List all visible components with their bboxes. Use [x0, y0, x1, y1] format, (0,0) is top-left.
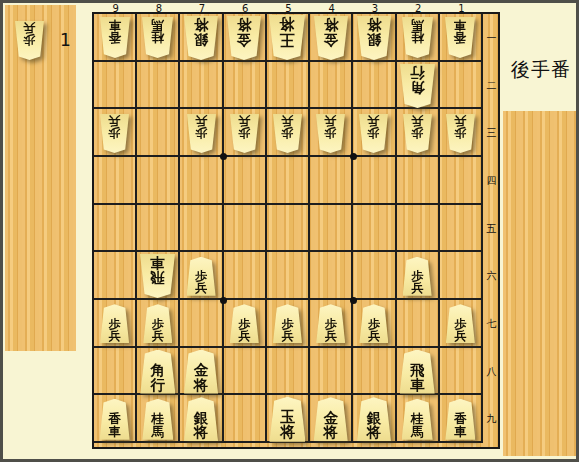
piece-gote-silver[interactable]: 銀将	[357, 16, 391, 60]
piece-kanji: 兵	[325, 115, 337, 127]
board-cell[interactable]	[137, 205, 180, 253]
board-cell[interactable]	[94, 62, 137, 110]
board-cell[interactable]	[224, 157, 267, 205]
piece-kanji: 将	[194, 425, 209, 440]
piece-sente-pawn[interactable]: 歩兵	[316, 304, 345, 343]
piece-kanji: 将	[367, 425, 382, 440]
piece-sente-pawn[interactable]: 歩兵	[230, 304, 259, 343]
piece-kanji: 車	[108, 18, 121, 31]
piece-sente-pawn[interactable]: 歩兵	[446, 304, 475, 343]
piece-kanji: 車	[454, 18, 467, 31]
board-cell[interactable]	[310, 348, 353, 396]
rank-label: 五	[485, 205, 498, 253]
piece-kanji: 将	[237, 17, 252, 32]
board-cell[interactable]	[94, 252, 137, 300]
board-cell[interactable]	[137, 62, 180, 110]
board-cell[interactable]	[353, 252, 396, 300]
piece-kanji: 車	[410, 378, 425, 393]
piece-gote-pawn[interactable]: 歩兵	[187, 114, 216, 153]
piece-gote-gold[interactable]: 金将	[314, 16, 348, 60]
piece-sente-rook[interactable]: 飛車	[400, 350, 435, 394]
rank-label: 九	[485, 395, 498, 443]
piece-sente-pawn[interactable]: 歩兵	[187, 257, 216, 296]
piece-kanji: 兵	[152, 330, 164, 342]
board-cell[interactable]	[224, 252, 267, 300]
piece-gote-lance[interactable]: 香車	[100, 17, 130, 58]
piece-kanji: 歩	[411, 127, 423, 139]
board-cell[interactable]	[224, 205, 267, 253]
board-cell[interactable]	[397, 157, 440, 205]
piece-kanji: 兵	[281, 115, 293, 127]
board-cell[interactable]	[94, 205, 137, 253]
board-cell[interactable]	[353, 348, 396, 396]
piece-kanji: 桂	[411, 31, 424, 44]
piece-gote-knight[interactable]: 桂馬	[402, 17, 433, 58]
piece-sente-gold[interactable]: 金将	[314, 397, 348, 441]
board-cell[interactable]	[310, 205, 353, 253]
piece-gote-silver[interactable]: 銀将	[184, 16, 218, 60]
piece-kanji: 歩	[24, 34, 36, 46]
board-cell[interactable]	[180, 157, 223, 205]
piece-kanji: 行	[410, 65, 425, 80]
sente-captured-tray	[503, 111, 577, 456]
piece-kanji: 金	[323, 32, 338, 47]
hoshi-dot	[350, 297, 357, 304]
piece-kanji: 将	[280, 425, 295, 440]
hoshi-dot	[220, 297, 227, 304]
piece-gote-pawn[interactable]: 歩兵	[230, 114, 259, 153]
board-cell[interactable]	[94, 157, 137, 205]
piece-kanji: 歩	[109, 127, 121, 139]
piece-kanji: 将	[323, 425, 338, 440]
piece-kanji: 車	[454, 426, 467, 439]
piece-sente-knight[interactable]: 桂馬	[142, 399, 173, 440]
piece-kanji: 王	[280, 32, 295, 47]
board-cell[interactable]	[440, 157, 483, 205]
piece-kanji: 香	[454, 31, 467, 44]
turn-indicator: 後手番	[502, 57, 579, 83]
piece-kanji: 将	[280, 16, 295, 31]
piece-gote-knight[interactable]: 桂馬	[142, 17, 173, 58]
piece-kanji: 飛	[151, 270, 166, 285]
piece-kanji: 馬	[411, 18, 424, 31]
gote-hand-pawn-count: 1	[60, 30, 71, 50]
piece-kanji: 銀	[194, 32, 209, 47]
board-cell[interactable]	[267, 348, 310, 396]
piece-sente-pawn[interactable]: 歩兵	[359, 304, 388, 343]
shogi-app-window: 1 歩兵 987654321 一二三四五六七八九 香車桂馬銀将金将王将金将銀将桂…	[0, 0, 579, 462]
piece-kanji: 兵	[281, 330, 293, 342]
piece-kanji: 歩	[368, 127, 380, 139]
piece-sente-pawn[interactable]: 歩兵	[403, 257, 432, 296]
rank-label: 一	[485, 14, 498, 62]
shogi-board: 一二三四五六七八九 香車桂馬銀将金将王将金将銀将桂馬香車角行歩兵歩兵歩兵歩兵歩兵…	[92, 12, 500, 449]
board-cell[interactable]	[397, 300, 440, 348]
board-cell[interactable]	[310, 252, 353, 300]
piece-sente-pawn[interactable]: 歩兵	[143, 304, 172, 343]
piece-sente-pawn[interactable]: 歩兵	[100, 304, 129, 343]
piece-sente-king[interactable]: 玉将	[269, 397, 305, 442]
piece-kanji: 兵	[195, 282, 207, 294]
piece-kanji: 金	[237, 32, 252, 47]
board-cell[interactable]	[94, 348, 137, 396]
board-cell[interactable]	[267, 205, 310, 253]
board-cell[interactable]	[267, 62, 310, 110]
piece-gote-pawn[interactable]: 歩兵	[15, 21, 44, 60]
piece-kanji: 兵	[325, 330, 337, 342]
piece-gote-king[interactable]: 王将	[269, 15, 305, 60]
rank-label: 四	[485, 157, 498, 205]
piece-sente-knight[interactable]: 桂馬	[402, 399, 433, 440]
piece-kanji: 兵	[24, 22, 36, 34]
piece-gote-pawn[interactable]: 歩兵	[446, 114, 475, 153]
piece-kanji: 車	[108, 426, 121, 439]
piece-gote-pawn[interactable]: 歩兵	[316, 114, 345, 153]
piece-kanji: 馬	[411, 426, 424, 439]
piece-kanji: 行	[151, 378, 166, 393]
rank-label: 三	[485, 109, 498, 157]
board-cell[interactable]	[180, 62, 223, 110]
piece-kanji: 兵	[238, 115, 250, 127]
piece-kanji: 馬	[152, 426, 165, 439]
piece-sente-bishop[interactable]: 角行	[140, 350, 175, 394]
hoshi-dot	[350, 153, 357, 160]
rank-label: 六	[485, 252, 498, 300]
piece-kanji: 兵	[109, 115, 121, 127]
board-cell[interactable]	[440, 348, 483, 396]
board-cell[interactable]	[224, 395, 267, 443]
board-cell[interactable]	[137, 157, 180, 205]
piece-kanji: 兵	[368, 330, 380, 342]
piece-gote-lance[interactable]: 香車	[445, 17, 475, 58]
piece-gote-pawn[interactable]: 歩兵	[273, 114, 302, 153]
piece-gote-pawn[interactable]: 歩兵	[100, 114, 129, 153]
gote-captured-tray: 1 歩兵	[5, 5, 76, 351]
board-cell[interactable]	[137, 109, 180, 157]
board-cell[interactable]	[310, 62, 353, 110]
piece-kanji: 車	[151, 255, 166, 270]
piece-kanji: 兵	[411, 115, 423, 127]
piece-gote-bishop[interactable]: 角行	[400, 64, 435, 108]
piece-kanji: 歩	[454, 127, 466, 139]
piece-sente-lance[interactable]: 香車	[100, 399, 130, 440]
board-cell[interactable]	[440, 252, 483, 300]
piece-sente-pawn[interactable]: 歩兵	[273, 304, 302, 343]
piece-gote-pawn[interactable]: 歩兵	[359, 114, 388, 153]
piece-kanji: 将	[194, 378, 209, 393]
board-cell[interactable]	[440, 205, 483, 253]
board-cell[interactable]	[353, 205, 396, 253]
board-cell[interactable]	[267, 252, 310, 300]
piece-kanji: 兵	[109, 330, 121, 342]
piece-sente-silver[interactable]: 銀将	[184, 397, 218, 441]
piece-kanji: 銀	[367, 32, 382, 47]
board-cell[interactable]	[310, 157, 353, 205]
piece-kanji: 馬	[152, 18, 165, 31]
piece-sente-lance[interactable]: 香車	[445, 399, 475, 440]
board-cell[interactable]	[267, 157, 310, 205]
piece-kanji: 兵	[368, 115, 380, 127]
board-cell[interactable]	[353, 157, 396, 205]
piece-gote-pawn[interactable]: 歩兵	[403, 114, 432, 153]
board-cell[interactable]	[440, 62, 483, 110]
piece-kanji: 香	[108, 31, 121, 44]
board-cell[interactable]	[180, 300, 223, 348]
rank-label: 七	[485, 300, 498, 348]
piece-gote-rook[interactable]: 飛車	[140, 254, 175, 298]
piece-kanji: 歩	[281, 127, 293, 139]
hoshi-dot	[220, 153, 227, 160]
piece-kanji: 将	[323, 17, 338, 32]
piece-kanji: 兵	[238, 330, 250, 342]
rank-coordinate-labels: 一二三四五六七八九	[485, 14, 498, 443]
piece-kanji: 桂	[152, 31, 165, 44]
board-cell[interactable]	[224, 348, 267, 396]
piece-sente-gold[interactable]: 金将	[184, 350, 218, 394]
piece-kanji: 将	[367, 17, 382, 32]
piece-kanji: 歩	[238, 127, 250, 139]
board-cell[interactable]	[224, 62, 267, 110]
piece-kanji: 兵	[195, 115, 207, 127]
piece-kanji: 兵	[411, 282, 423, 294]
piece-kanji: 兵	[454, 115, 466, 127]
rank-label: 八	[485, 348, 498, 396]
piece-kanji: 歩	[195, 127, 207, 139]
board-cell[interactable]	[353, 62, 396, 110]
piece-gote-gold[interactable]: 金将	[227, 16, 261, 60]
piece-kanji: 兵	[454, 330, 466, 342]
board-cell[interactable]	[397, 205, 440, 253]
board-cell[interactable]	[180, 205, 223, 253]
rank-label: 二	[485, 62, 498, 110]
piece-kanji: 歩	[325, 127, 337, 139]
piece-sente-silver[interactable]: 銀将	[357, 397, 391, 441]
piece-kanji: 将	[194, 17, 209, 32]
